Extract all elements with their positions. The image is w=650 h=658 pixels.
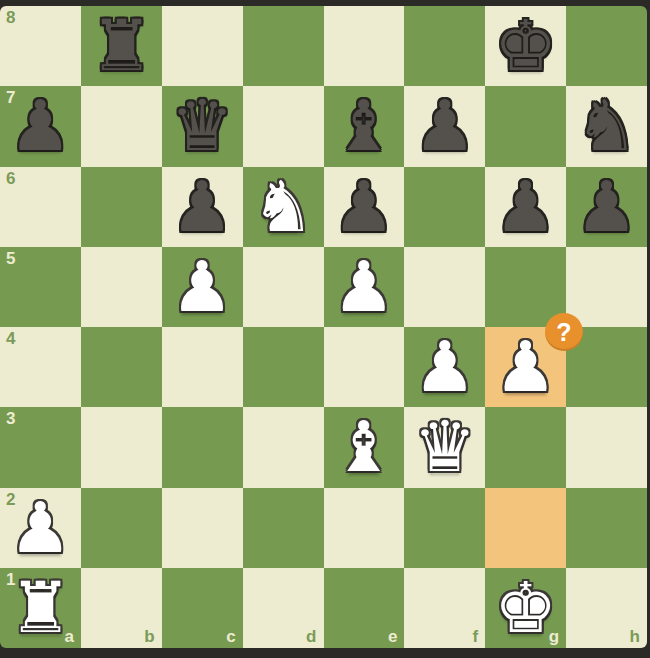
black-pawn[interactable]: ♟ [404, 86, 485, 166]
square-a5[interactable]: 5 [0, 247, 81, 327]
rank-label-6: 6 [6, 170, 15, 187]
file-label-e: e [388, 628, 397, 645]
square-g3[interactable] [485, 407, 566, 487]
square-c1[interactable]: c [162, 568, 243, 648]
square-h1[interactable]: h [566, 568, 647, 648]
black-pawn[interactable]: ♟ [162, 167, 243, 247]
app-frame: 8♜♚7♟♛♝♟♞6♟♞♟♟♟5♟♟4♟♟3♝♛2♟1a♜bcdefg♚h ? [0, 0, 650, 658]
square-f1[interactable]: f [404, 568, 485, 648]
square-b1[interactable]: b [81, 568, 162, 648]
square-h8[interactable] [566, 6, 647, 86]
square-e6[interactable]: ♟ [324, 167, 405, 247]
square-d7[interactable] [243, 86, 324, 166]
black-pawn[interactable]: ♟ [485, 167, 566, 247]
white-king[interactable]: ♚ [485, 568, 566, 648]
file-label-b: b [144, 628, 154, 645]
square-f2[interactable] [404, 488, 485, 568]
square-g8[interactable]: ♚ [485, 6, 566, 86]
square-b5[interactable] [81, 247, 162, 327]
rank-label-4: 4 [6, 330, 15, 347]
square-c3[interactable] [162, 407, 243, 487]
rank-label-8: 8 [6, 9, 15, 26]
square-b6[interactable] [81, 167, 162, 247]
mistake-badge-symbol: ? [556, 318, 571, 347]
square-a3[interactable]: 3 [0, 407, 81, 487]
black-queen[interactable]: ♛ [162, 86, 243, 166]
rank-label-5: 5 [6, 250, 15, 267]
white-knight[interactable]: ♞ [243, 167, 324, 247]
mistake-badge: ? [545, 313, 583, 351]
square-e1[interactable]: e [324, 568, 405, 648]
square-g6[interactable]: ♟ [485, 167, 566, 247]
square-a2[interactable]: 2♟ [0, 488, 81, 568]
square-f8[interactable] [404, 6, 485, 86]
file-label-h: h [630, 628, 640, 645]
square-f5[interactable] [404, 247, 485, 327]
square-f3[interactable]: ♛ [404, 407, 485, 487]
square-d6[interactable]: ♞ [243, 167, 324, 247]
file-label-c: c [226, 628, 235, 645]
square-d8[interactable] [243, 6, 324, 86]
white-pawn[interactable]: ♟ [404, 327, 485, 407]
square-b2[interactable] [81, 488, 162, 568]
black-knight[interactable]: ♞ [566, 86, 647, 166]
square-c4[interactable] [162, 327, 243, 407]
white-pawn[interactable]: ♟ [0, 488, 81, 568]
square-c6[interactable]: ♟ [162, 167, 243, 247]
square-h2[interactable] [566, 488, 647, 568]
black-pawn[interactable]: ♟ [324, 167, 405, 247]
black-rook[interactable]: ♜ [81, 6, 162, 86]
white-queen[interactable]: ♛ [404, 407, 485, 487]
square-d3[interactable] [243, 407, 324, 487]
square-e4[interactable] [324, 327, 405, 407]
square-b8[interactable]: ♜ [81, 6, 162, 86]
black-pawn[interactable]: ♟ [566, 167, 647, 247]
black-pawn[interactable]: ♟ [0, 86, 81, 166]
square-e5[interactable]: ♟ [324, 247, 405, 327]
file-label-d: d [306, 628, 316, 645]
square-e7[interactable]: ♝ [324, 86, 405, 166]
square-a6[interactable]: 6 [0, 167, 81, 247]
white-rook[interactable]: ♜ [0, 568, 81, 648]
square-f6[interactable] [404, 167, 485, 247]
square-a4[interactable]: 4 [0, 327, 81, 407]
square-d2[interactable] [243, 488, 324, 568]
square-g1[interactable]: g♚ [485, 568, 566, 648]
square-b4[interactable] [81, 327, 162, 407]
file-label-f: f [473, 628, 479, 645]
square-c5[interactable]: ♟ [162, 247, 243, 327]
square-e2[interactable] [324, 488, 405, 568]
square-c8[interactable] [162, 6, 243, 86]
square-d1[interactable]: d [243, 568, 324, 648]
square-h6[interactable]: ♟ [566, 167, 647, 247]
square-a8[interactable]: 8 [0, 6, 81, 86]
square-h7[interactable]: ♞ [566, 86, 647, 166]
white-pawn[interactable]: ♟ [162, 247, 243, 327]
rank-label-3: 3 [6, 410, 15, 427]
square-g7[interactable] [485, 86, 566, 166]
square-e3[interactable]: ♝ [324, 407, 405, 487]
square-g2[interactable] [485, 488, 566, 568]
square-h3[interactable] [566, 407, 647, 487]
square-f7[interactable]: ♟ [404, 86, 485, 166]
black-bishop[interactable]: ♝ [324, 86, 405, 166]
square-b3[interactable] [81, 407, 162, 487]
square-a1[interactable]: 1a♜ [0, 568, 81, 648]
square-b7[interactable] [81, 86, 162, 166]
square-d5[interactable] [243, 247, 324, 327]
white-pawn[interactable]: ♟ [324, 247, 405, 327]
square-a7[interactable]: 7♟ [0, 86, 81, 166]
square-c2[interactable] [162, 488, 243, 568]
square-h5[interactable] [566, 247, 647, 327]
white-bishop[interactable]: ♝ [324, 407, 405, 487]
black-king[interactable]: ♚ [485, 6, 566, 86]
square-c7[interactable]: ♛ [162, 86, 243, 166]
square-d4[interactable] [243, 327, 324, 407]
square-f4[interactable]: ♟ [404, 327, 485, 407]
square-e8[interactable] [324, 6, 405, 86]
